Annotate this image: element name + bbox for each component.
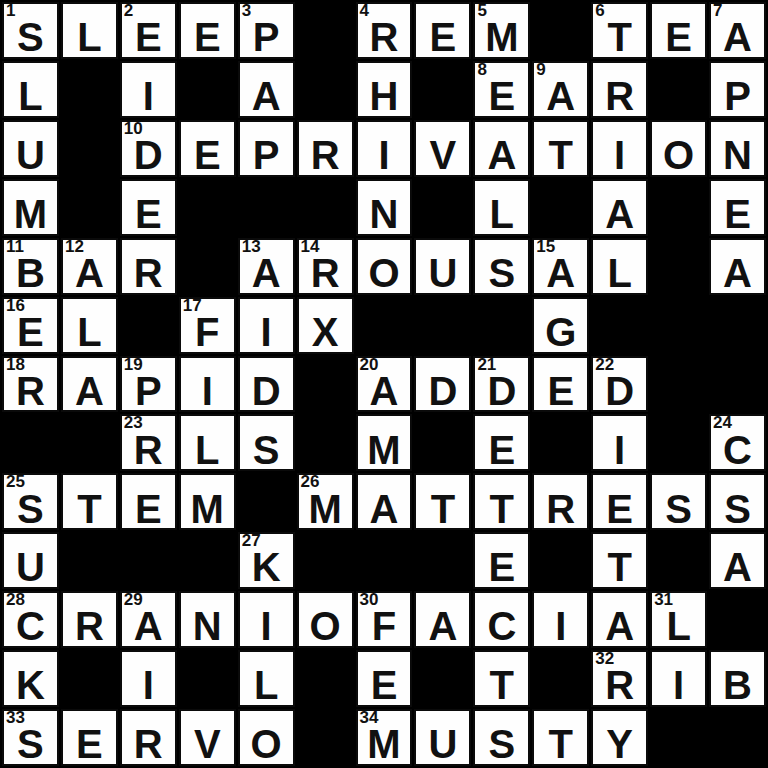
cell-r10c9[interactable]: E xyxy=(473,532,530,589)
letter-r7c8: D xyxy=(428,373,457,411)
cell-r11c8[interactable]: A xyxy=(414,591,471,648)
block-r10c12 xyxy=(650,532,707,589)
letter-r9c11: E xyxy=(606,491,633,529)
cell-r10c13[interactable]: A xyxy=(709,532,766,589)
cell-r13c1[interactable]: 33S xyxy=(2,709,59,766)
letter-r9c4: M xyxy=(191,491,224,529)
cell-r13c2[interactable]: E xyxy=(61,709,118,766)
letter-r1c3: E xyxy=(135,19,162,57)
cell-r9c9[interactable]: T xyxy=(473,473,530,530)
cell-r1c1[interactable]: 1S xyxy=(2,2,59,59)
block-r12c2 xyxy=(61,650,118,707)
block-r4c8 xyxy=(414,179,471,236)
letter-r1c9: M xyxy=(485,19,518,57)
letter-r4c9: L xyxy=(490,196,514,234)
cell-r5c3[interactable]: R xyxy=(120,238,177,295)
letter-r3c9: A xyxy=(487,137,516,175)
cell-r13c11[interactable]: Y xyxy=(591,709,648,766)
letter-r2c9: E xyxy=(488,78,515,116)
letter-r13c2: E xyxy=(76,726,103,764)
cell-r9c4[interactable]: M xyxy=(179,473,236,530)
cell-r1c8[interactable]: E xyxy=(414,2,471,59)
letter-r9c10: R xyxy=(546,491,575,529)
cell-r5c7[interactable]: O xyxy=(356,238,413,295)
letter-r4c7: N xyxy=(370,196,399,234)
block-r8c1 xyxy=(2,414,59,471)
block-r13c6 xyxy=(297,709,354,766)
block-r6c11 xyxy=(591,297,648,354)
letter-r6c6: X xyxy=(312,314,339,352)
letter-r8c4: L xyxy=(195,432,219,470)
clue-number-27: 27 xyxy=(242,532,261,551)
letter-r11c1: C xyxy=(16,608,45,646)
cell-r4c7[interactable]: N xyxy=(356,179,413,236)
letter-r3c8: V xyxy=(430,137,457,175)
cell-r10c11[interactable]: T xyxy=(591,532,648,589)
letter-r1c5: P xyxy=(253,19,280,57)
letter-r13c9: S xyxy=(488,726,515,764)
cell-r7c8[interactable]: D xyxy=(414,356,471,413)
block-r7c6 xyxy=(297,356,354,413)
cell-r9c3[interactable]: E xyxy=(120,473,177,530)
letter-r3c6: R xyxy=(311,137,340,175)
block-r6c12 xyxy=(650,297,707,354)
letter-r4c13: E xyxy=(724,196,751,234)
block-r5c12 xyxy=(650,238,707,295)
letter-r8c7: M xyxy=(367,432,400,470)
cell-r13c10[interactable]: T xyxy=(532,709,589,766)
clue-number-30: 30 xyxy=(360,591,379,610)
cell-r7c7[interactable]: 20A xyxy=(356,356,413,413)
cell-r5c6[interactable]: 14R xyxy=(297,238,354,295)
cell-r4c1[interactable]: M xyxy=(2,179,59,236)
clue-number-26: 26 xyxy=(301,473,320,492)
clue-number-2: 2 xyxy=(124,2,133,21)
letter-r1c8: E xyxy=(430,19,457,57)
letter-r13c11: Y xyxy=(606,726,633,764)
cell-r1c2[interactable]: L xyxy=(61,2,118,59)
cell-r11c1[interactable]: 28C xyxy=(2,591,59,648)
letter-r1c12: E xyxy=(665,19,692,57)
letter-r8c9: E xyxy=(488,432,515,470)
cell-r3c12[interactable]: O xyxy=(650,120,707,177)
letter-r4c1: M xyxy=(14,196,47,234)
cell-r3c6[interactable]: R xyxy=(297,120,354,177)
block-r2c8 xyxy=(414,61,471,118)
cell-r1c3[interactable]: 2E xyxy=(120,2,177,59)
letter-r9c13: S xyxy=(724,491,751,529)
letter-r9c2: T xyxy=(77,491,101,529)
cell-r2c3[interactable]: I xyxy=(120,61,177,118)
clue-number-12: 12 xyxy=(65,238,84,257)
cell-r5c5[interactable]: 13A xyxy=(238,238,295,295)
cell-r7c1[interactable]: 18R xyxy=(2,356,59,413)
letter-r6c1: E xyxy=(17,314,44,352)
cell-r1c7[interactable]: 4R xyxy=(356,2,413,59)
letter-r2c3: I xyxy=(143,78,154,116)
cell-r7c4[interactable]: I xyxy=(179,356,236,413)
cell-r13c7[interactable]: 34M xyxy=(356,709,413,766)
letter-r12c5: L xyxy=(254,667,278,705)
cell-r8c3[interactable]: 23R xyxy=(120,414,177,471)
cell-r13c5[interactable]: O xyxy=(238,709,295,766)
letter-r13c7: M xyxy=(367,726,400,764)
block-r4c4 xyxy=(179,179,236,236)
letter-r2c11: R xyxy=(605,78,634,116)
letter-r10c9: E xyxy=(488,549,515,587)
block-r8c2 xyxy=(61,414,118,471)
letter-r5c9: S xyxy=(488,255,515,293)
letter-r1c4: E xyxy=(194,19,221,57)
letter-r12c13: B xyxy=(723,667,752,705)
letter-r5c2: A xyxy=(75,255,104,293)
cell-r7c10[interactable]: E xyxy=(532,356,589,413)
letter-r6c4: F xyxy=(195,314,219,352)
clue-number-8: 8 xyxy=(477,61,486,80)
letter-r11c12: L xyxy=(666,608,690,646)
cell-r13c3[interactable]: R xyxy=(120,709,177,766)
clue-number-11: 11 xyxy=(6,238,24,257)
block-r4c10 xyxy=(532,179,589,236)
letter-r12c9: T xyxy=(490,667,514,705)
letter-r3c10: T xyxy=(549,137,573,175)
block-r4c5 xyxy=(238,179,295,236)
letter-r5c8: U xyxy=(428,255,457,293)
letter-r12c1: K xyxy=(16,667,45,705)
cell-r4c11[interactable]: A xyxy=(591,179,648,236)
block-r4c2 xyxy=(61,179,118,236)
cell-r5c11[interactable]: L xyxy=(591,238,648,295)
block-r10c10 xyxy=(532,532,589,589)
letter-r1c7: R xyxy=(370,19,399,57)
cell-r9c11[interactable]: E xyxy=(591,473,648,530)
crossword-board: 1SL2EE3P4RE5M6TE7ALIAH8E9ARPU10DEPRIVATI… xyxy=(0,0,768,768)
cell-r11c12[interactable]: 31L xyxy=(650,591,707,648)
letter-r10c1: U xyxy=(16,549,45,587)
cell-r12c3[interactable]: I xyxy=(120,650,177,707)
letter-r9c8: T xyxy=(431,491,455,529)
cell-r5c2[interactable]: 12A xyxy=(61,238,118,295)
letter-r3c3: D xyxy=(134,137,163,175)
cell-r1c5[interactable]: 3P xyxy=(238,2,295,59)
cell-r4c9[interactable]: L xyxy=(473,179,530,236)
letter-r13c4: V xyxy=(194,726,221,764)
cell-r5c10[interactable]: 15A xyxy=(532,238,589,295)
letter-r5c3: R xyxy=(134,255,163,293)
cell-r6c1[interactable]: 16E xyxy=(2,297,59,354)
cell-r13c9[interactable]: S xyxy=(473,709,530,766)
clue-number-1: 1 xyxy=(6,2,15,21)
letter-r11c10: I xyxy=(555,608,566,646)
cell-r11c5[interactable]: I xyxy=(238,591,295,648)
cell-r2c9[interactable]: 8E xyxy=(473,61,530,118)
block-r6c3 xyxy=(120,297,177,354)
letter-r11c7: F xyxy=(372,608,396,646)
letter-r10c5: K xyxy=(252,549,281,587)
block-r1c10 xyxy=(532,2,589,59)
cell-r8c5[interactable]: S xyxy=(238,414,295,471)
cell-r1c4[interactable]: E xyxy=(179,2,236,59)
block-r2c4 xyxy=(179,61,236,118)
letter-r13c8: U xyxy=(428,726,457,764)
block-r6c8 xyxy=(414,297,471,354)
block-r1c6 xyxy=(297,2,354,59)
cell-r12c5[interactable]: L xyxy=(238,650,295,707)
cell-r11c11[interactable]: A xyxy=(591,591,648,648)
cell-r10c1[interactable]: U xyxy=(2,532,59,589)
letter-r11c5: I xyxy=(261,608,272,646)
cell-r1c12[interactable]: E xyxy=(650,2,707,59)
cell-r11c9[interactable]: C xyxy=(473,591,530,648)
cell-r3c11[interactable]: I xyxy=(591,120,648,177)
cell-r9c12[interactable]: S xyxy=(650,473,707,530)
letter-r11c2: R xyxy=(75,608,104,646)
cell-r8c4[interactable]: L xyxy=(179,414,236,471)
letter-r5c1: B xyxy=(16,255,45,293)
clue-number-28: 28 xyxy=(6,591,25,610)
cell-r9c13[interactable]: S xyxy=(709,473,766,530)
cell-r3c8[interactable]: V xyxy=(414,120,471,177)
block-r10c3 xyxy=(120,532,177,589)
clue-number-20: 20 xyxy=(360,356,379,375)
cell-r1c11[interactable]: 6T xyxy=(591,2,648,59)
letter-r12c11: R xyxy=(605,667,634,705)
letter-r9c7: A xyxy=(370,491,399,529)
clue-number-7: 7 xyxy=(713,2,722,21)
cell-r13c8[interactable]: U xyxy=(414,709,471,766)
letter-r3c4: E xyxy=(194,137,221,175)
letter-r7c9: D xyxy=(487,373,516,411)
letter-r2c5: A xyxy=(252,78,281,116)
block-r8c8 xyxy=(414,414,471,471)
cell-r4c3[interactable]: E xyxy=(120,179,177,236)
cell-r12c7[interactable]: E xyxy=(356,650,413,707)
letter-r13c5: O xyxy=(251,726,282,764)
letter-r13c1: S xyxy=(17,726,44,764)
cell-r2c5[interactable]: A xyxy=(238,61,295,118)
clue-number-34: 34 xyxy=(360,709,379,728)
block-r12c6 xyxy=(297,650,354,707)
clue-number-21: 21 xyxy=(477,356,496,375)
letter-r5c10: A xyxy=(546,255,575,293)
block-r7c13 xyxy=(709,356,766,413)
cell-r5c9[interactable]: S xyxy=(473,238,530,295)
cell-r4c13[interactable]: E xyxy=(709,179,766,236)
cell-r12c12[interactable]: I xyxy=(650,650,707,707)
letter-r11c3: A xyxy=(134,608,163,646)
cell-r8c11[interactable]: I xyxy=(591,414,648,471)
cell-r2c7[interactable]: H xyxy=(356,61,413,118)
letter-r7c4: I xyxy=(202,373,213,411)
clue-number-15: 15 xyxy=(536,238,555,257)
cell-r7c11[interactable]: 22D xyxy=(591,356,648,413)
cell-r11c7[interactable]: 30F xyxy=(356,591,413,648)
letter-r6c2: L xyxy=(77,314,101,352)
clue-number-14: 14 xyxy=(301,238,320,257)
letter-r7c2: A xyxy=(75,373,104,411)
cell-r3c10[interactable]: T xyxy=(532,120,589,177)
cell-r5c8[interactable]: U xyxy=(414,238,471,295)
letter-r11c11: A xyxy=(605,608,634,646)
letter-r7c1: R xyxy=(16,373,45,411)
block-r2c6 xyxy=(297,61,354,118)
cell-r11c2[interactable]: R xyxy=(61,591,118,648)
letter-r8c11: I xyxy=(614,432,625,470)
cell-r6c2[interactable]: L xyxy=(61,297,118,354)
cell-r2c11[interactable]: R xyxy=(591,61,648,118)
cell-r3c4[interactable]: E xyxy=(179,120,236,177)
cell-r3c5[interactable]: P xyxy=(238,120,295,177)
block-r10c7 xyxy=(356,532,413,589)
cell-r6c6[interactable]: X xyxy=(297,297,354,354)
cell-r11c4[interactable]: N xyxy=(179,591,236,648)
letter-r8c13: C xyxy=(723,432,752,470)
cell-r1c9[interactable]: 5M xyxy=(473,2,530,59)
cell-r3c3[interactable]: 10D xyxy=(120,120,177,177)
letter-r12c3: I xyxy=(143,667,154,705)
cell-r9c6[interactable]: 26M xyxy=(297,473,354,530)
letter-r5c13: A xyxy=(723,255,752,293)
letter-r9c3: E xyxy=(135,491,162,529)
cell-r9c8[interactable]: T xyxy=(414,473,471,530)
cell-r9c2[interactable]: T xyxy=(61,473,118,530)
letter-r3c11: I xyxy=(614,137,625,175)
block-r10c6 xyxy=(297,532,354,589)
letter-r9c12: S xyxy=(665,491,692,529)
letter-r5c6: R xyxy=(311,255,340,293)
block-r7c12 xyxy=(650,356,707,413)
letter-r1c11: T xyxy=(607,19,631,57)
cell-r9c7[interactable]: A xyxy=(356,473,413,530)
block-r6c9 xyxy=(473,297,530,354)
cell-r6c10[interactable]: G xyxy=(532,297,589,354)
letter-r13c3: R xyxy=(134,726,163,764)
block-r6c7 xyxy=(356,297,413,354)
letter-r7c3: P xyxy=(135,373,162,411)
letter-r9c1: S xyxy=(17,491,44,529)
clue-number-24: 24 xyxy=(713,414,732,433)
clue-number-10: 10 xyxy=(124,120,143,139)
cell-r2c13[interactable]: P xyxy=(709,61,766,118)
letter-r3c12: O xyxy=(663,137,694,175)
clue-number-17: 17 xyxy=(183,297,202,316)
letter-r4c3: E xyxy=(135,196,162,234)
cell-r3c1[interactable]: U xyxy=(2,120,59,177)
block-r10c4 xyxy=(179,532,236,589)
cell-r2c10[interactable]: 9A xyxy=(532,61,589,118)
block-r4c12 xyxy=(650,179,707,236)
cell-r12c11[interactable]: 32R xyxy=(591,650,648,707)
block-r13c12 xyxy=(650,709,707,766)
cell-r8c7[interactable]: M xyxy=(356,414,413,471)
cell-r9c1[interactable]: 25S xyxy=(2,473,59,530)
letter-r2c1: L xyxy=(18,78,42,116)
letter-r8c5: S xyxy=(253,432,280,470)
cell-r6c5[interactable]: I xyxy=(238,297,295,354)
letter-r3c5: P xyxy=(253,137,280,175)
cell-r7c9[interactable]: 21D xyxy=(473,356,530,413)
letter-r2c7: H xyxy=(370,78,399,116)
cell-r11c6[interactable]: O xyxy=(297,591,354,648)
clue-number-18: 18 xyxy=(6,356,25,375)
clue-number-9: 9 xyxy=(536,61,545,80)
cell-r12c9[interactable]: T xyxy=(473,650,530,707)
block-r6c13 xyxy=(709,297,766,354)
cell-r11c10[interactable]: I xyxy=(532,591,589,648)
block-r4c6 xyxy=(297,179,354,236)
clue-number-16: 16 xyxy=(6,297,25,316)
cell-r5c1[interactable]: 11B xyxy=(2,238,59,295)
letter-r12c12: I xyxy=(673,667,684,705)
clue-number-3: 3 xyxy=(242,2,251,21)
letter-r7c5: D xyxy=(252,373,281,411)
cell-r9c10[interactable]: R xyxy=(532,473,589,530)
block-r10c8 xyxy=(414,532,471,589)
clue-number-13: 13 xyxy=(242,238,261,257)
letter-r4c11: A xyxy=(605,196,634,234)
clue-number-23: 23 xyxy=(124,414,143,433)
cell-r8c13[interactable]: 24C xyxy=(709,414,766,471)
letter-r8c3: R xyxy=(134,432,163,470)
letter-r11c6: O xyxy=(310,608,341,646)
block-r8c12 xyxy=(650,414,707,471)
block-r9c5 xyxy=(238,473,295,530)
cell-r12c1[interactable]: K xyxy=(2,650,59,707)
letter-r13c10: T xyxy=(549,726,573,764)
clue-number-25: 25 xyxy=(6,473,25,492)
block-r12c4 xyxy=(179,650,236,707)
letter-r5c5: A xyxy=(252,255,281,293)
cell-r10c5[interactable]: 27K xyxy=(238,532,295,589)
cell-r12c13[interactable]: B xyxy=(709,650,766,707)
cell-r8c9[interactable]: E xyxy=(473,414,530,471)
block-r5c4 xyxy=(179,238,236,295)
letter-r10c11: T xyxy=(607,549,631,587)
letter-r1c2: L xyxy=(77,19,101,57)
block-r3c2 xyxy=(61,120,118,177)
clue-number-19: 19 xyxy=(124,356,143,375)
crossword-puzzle: 1SL2EE3P4RE5M6TE7ALIAH8E9ARPU10DEPRIVATI… xyxy=(0,0,768,768)
cell-r3c7[interactable]: I xyxy=(356,120,413,177)
block-r11c13 xyxy=(709,591,766,648)
cell-r7c3[interactable]: 19P xyxy=(120,356,177,413)
cell-r7c5[interactable]: D xyxy=(238,356,295,413)
letter-r9c6: M xyxy=(308,491,341,529)
block-r2c2 xyxy=(61,61,118,118)
letter-r12c7: E xyxy=(371,667,398,705)
cell-r3c13[interactable]: N xyxy=(709,120,766,177)
clue-number-6: 6 xyxy=(595,2,604,21)
letter-r5c11: L xyxy=(607,255,631,293)
cell-r7c2[interactable]: A xyxy=(61,356,118,413)
letter-r1c13: A xyxy=(723,19,752,57)
letter-r6c5: I xyxy=(261,314,272,352)
cell-r6c4[interactable]: 17F xyxy=(179,297,236,354)
cell-r3c9[interactable]: A xyxy=(473,120,530,177)
letter-r7c7: A xyxy=(370,373,399,411)
letter-r10c13: A xyxy=(723,549,752,587)
letter-r9c9: T xyxy=(490,491,514,529)
cell-r13c4[interactable]: V xyxy=(179,709,236,766)
letter-r6c10: G xyxy=(545,314,576,352)
letter-r3c13: N xyxy=(723,137,752,175)
cell-r1c13[interactable]: 7A xyxy=(709,2,766,59)
cell-r11c3[interactable]: 29A xyxy=(120,591,177,648)
block-r8c6 xyxy=(297,414,354,471)
cell-r2c1[interactable]: L xyxy=(2,61,59,118)
letter-r7c10: E xyxy=(547,373,574,411)
cell-r5c13[interactable]: A xyxy=(709,238,766,295)
